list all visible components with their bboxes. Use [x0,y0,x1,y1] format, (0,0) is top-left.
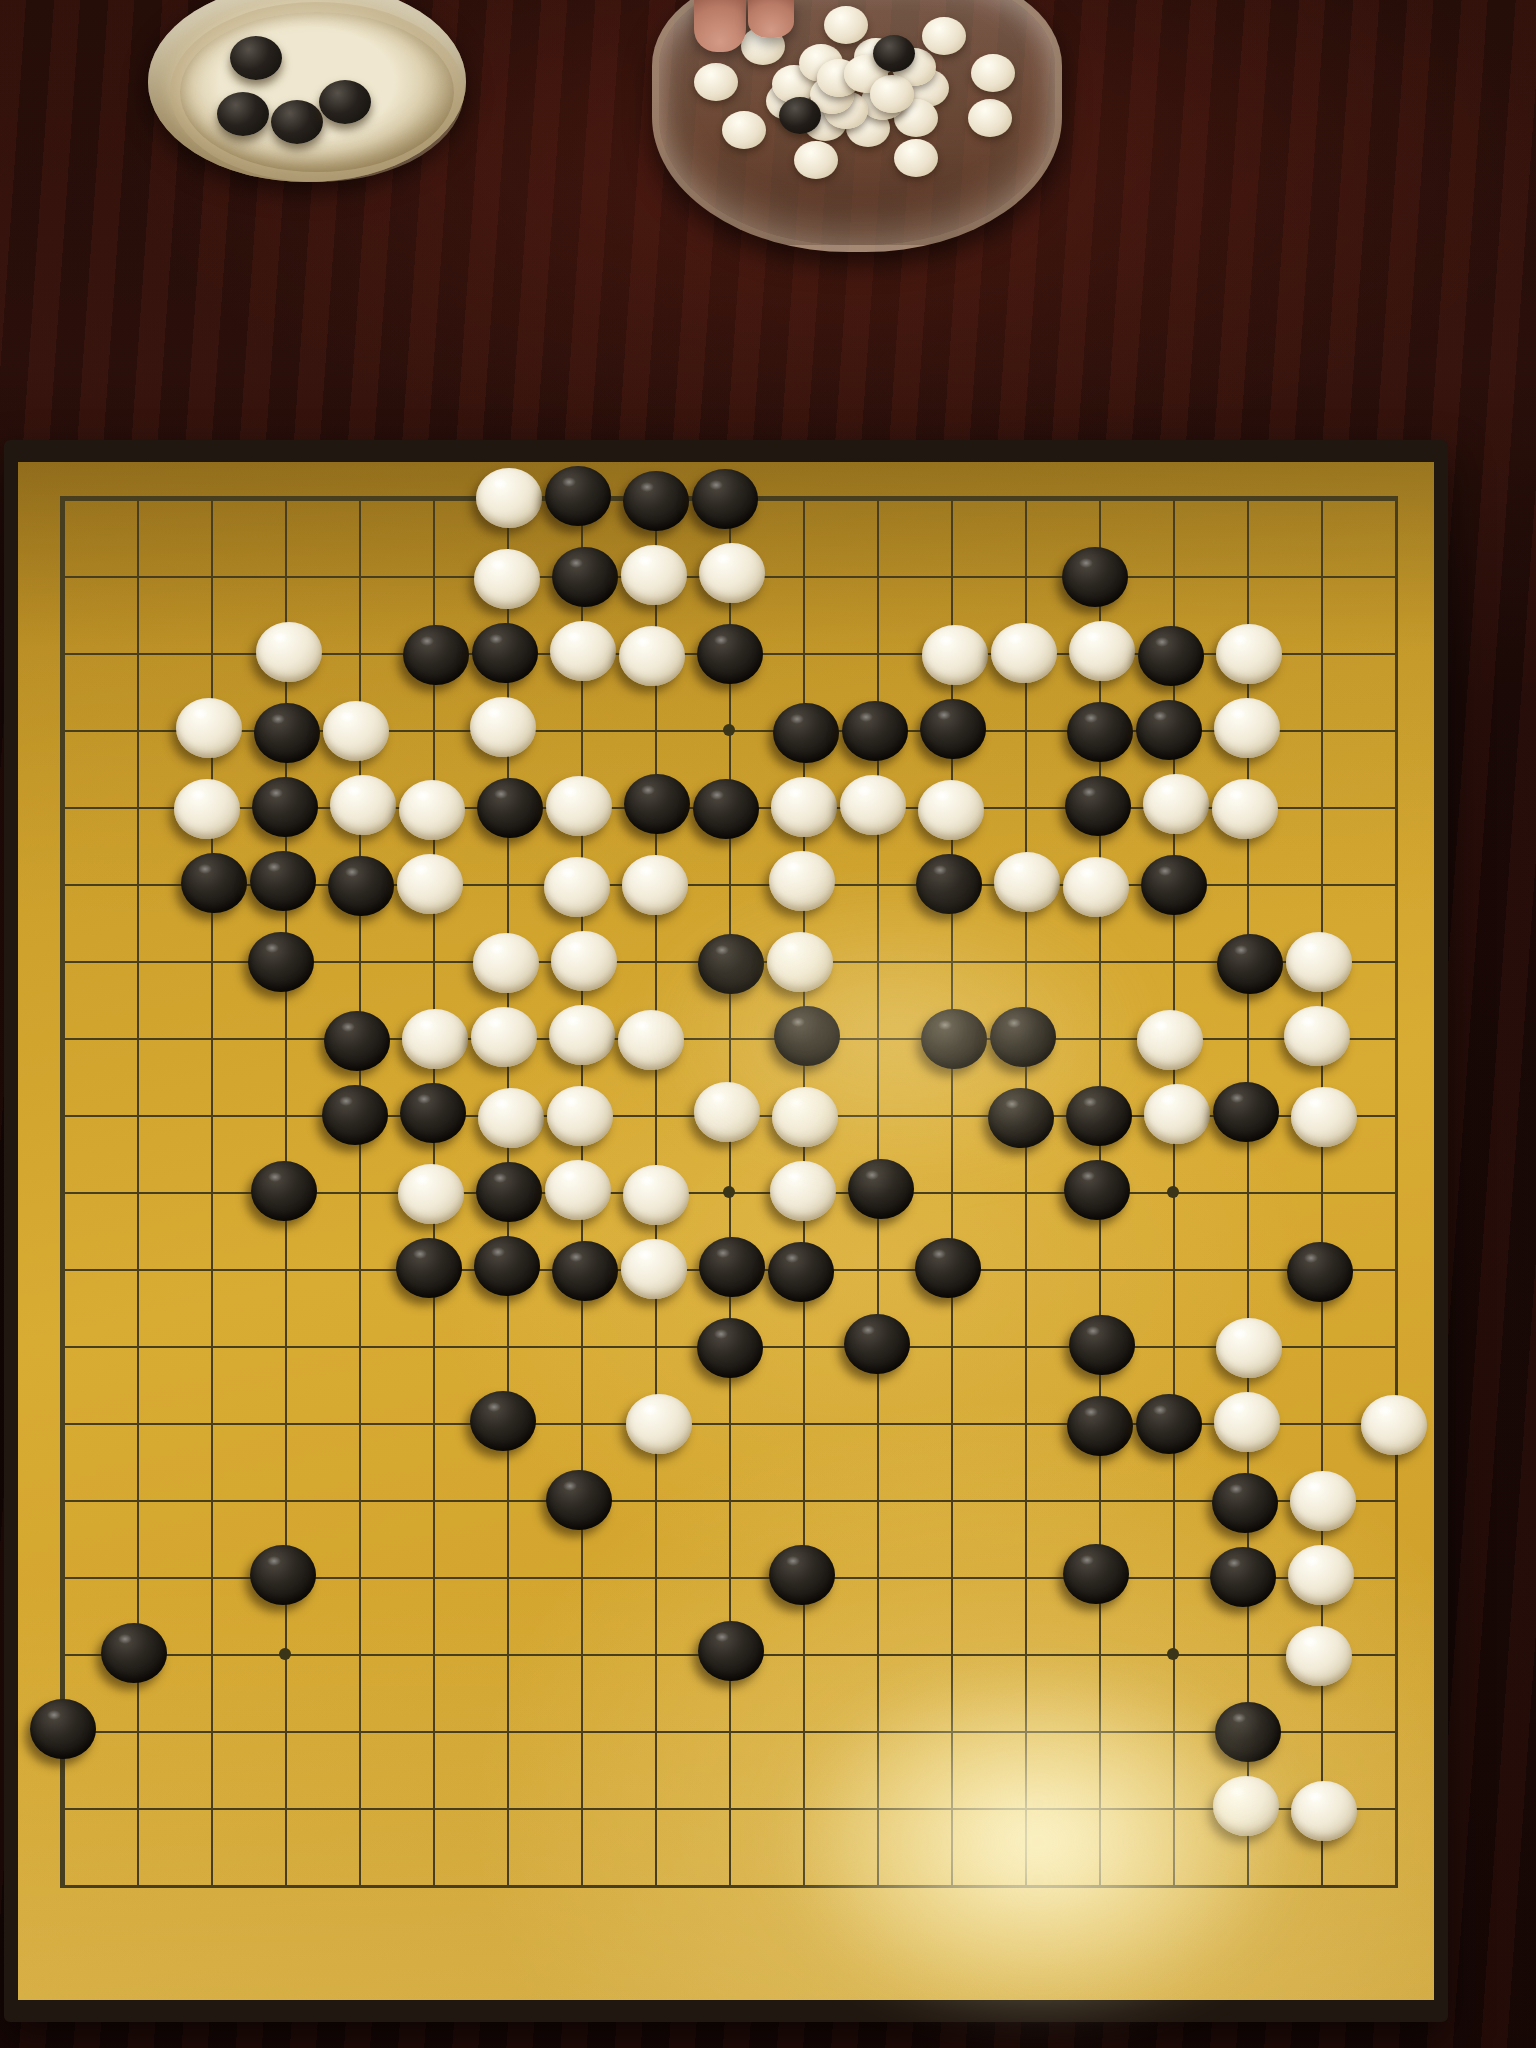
black-stone [773,703,839,763]
black-stone [1136,1394,1202,1454]
white-stone [545,1160,611,1220]
black-stone [842,701,908,761]
black-stone [697,624,763,684]
white-stone [1286,1626,1352,1686]
white-stone [1063,857,1129,917]
white-stone [694,1082,760,1142]
black-stone [546,1470,612,1530]
black-stone [476,1162,542,1222]
white-stone [922,625,988,685]
black-stone [322,1085,388,1145]
white-stone [474,549,540,609]
bowl-white-stone [971,54,1015,92]
white-stone [1291,1087,1357,1147]
white-stone [174,779,240,839]
black-stone [252,777,318,837]
bowl-black-stone [779,97,821,134]
black-stone [396,1238,462,1298]
black-stone [623,471,689,531]
black-stone [181,853,247,913]
white-stone [1286,932,1352,992]
captured-black-stone [319,80,371,124]
white-stone [398,1164,464,1224]
captured-black-stone [217,92,269,136]
black-stone [30,1699,96,1759]
black-stone [699,1237,765,1297]
star-point [1167,1648,1179,1660]
white-stone [1069,621,1135,681]
black-stone [250,1545,316,1605]
bowl-white-stone [722,111,766,149]
white-stone [772,1087,838,1147]
black-stone [552,1241,618,1301]
black-stone [920,699,986,759]
black-stone [552,547,618,607]
white-stone [473,933,539,993]
white-stone [1216,1318,1282,1378]
white-stone [402,1009,468,1069]
white-stone [623,1165,689,1225]
bowl-white-stone [894,139,938,177]
white-stone [1284,1006,1350,1066]
star-point [279,1648,291,1660]
star-point [723,1186,735,1198]
black-stone [624,774,690,834]
captured-black-stone [230,36,282,80]
black-stone [1287,1242,1353,1302]
white-stone [330,775,396,835]
white-stone [176,698,242,758]
black-stone [250,851,316,911]
black-stone [990,1007,1056,1067]
white-stone [546,776,612,836]
white-stone [991,623,1057,683]
board-grid [60,496,1398,1888]
bowl-white-stone [922,17,966,55]
white-stone [399,780,465,840]
white-stone [397,854,463,914]
black-stone [1138,626,1204,686]
black-stone [472,623,538,683]
black-stone [477,778,543,838]
bowl-white-stone [870,75,914,113]
black-stone [1136,700,1202,760]
white-stone [918,780,984,840]
white-stone [994,852,1060,912]
white-stone [1361,1395,1427,1455]
black-stone [1063,1544,1129,1604]
black-stone [1066,1086,1132,1146]
black-stone [254,703,320,763]
bowl-white-stone [694,63,738,101]
finger [748,0,794,38]
white-stone [767,932,833,992]
captured-stones-lid [148,0,466,182]
black-stone [545,466,611,526]
white-stone [1137,1010,1203,1070]
white-stone [621,545,687,605]
black-stone [1141,855,1207,915]
go-board [4,440,1448,2022]
black-stone [1212,1473,1278,1533]
white-stone [619,626,685,686]
black-stone [101,1623,167,1683]
white-stone [840,775,906,835]
white-stone [478,1088,544,1148]
black-stone [1062,547,1128,607]
black-stone [1067,1396,1133,1456]
black-stone [1215,1702,1281,1762]
white-stone [547,1086,613,1146]
black-stone [1217,934,1283,994]
bowl-white-stone [968,99,1012,137]
black-stone [1210,1547,1276,1607]
white-stone [471,1007,537,1067]
black-stone [470,1391,536,1451]
white-stone [256,622,322,682]
white-stone [1213,1776,1279,1836]
finger [694,0,746,52]
black-stone [774,1006,840,1066]
bowl-black-stone [873,35,915,72]
white-stone [626,1394,692,1454]
black-stone [1065,776,1131,836]
white-stone [771,777,837,837]
black-stone [328,856,394,916]
white-stone [1214,1392,1280,1452]
bowl-white-stone [824,6,868,44]
black-stone [693,779,759,839]
black-stone [844,1314,910,1374]
white-stone [1143,774,1209,834]
white-stone [544,857,610,917]
black-stone [324,1011,390,1071]
white-stone [1144,1084,1210,1144]
black-stone [915,1238,981,1298]
black-stone [848,1159,914,1219]
black-stone [769,1545,835,1605]
white-stone [769,851,835,911]
black-stone [251,1161,317,1221]
black-stone [1069,1315,1135,1375]
black-stone [403,625,469,685]
white-stone [699,543,765,603]
black-stone [474,1236,540,1296]
white-stone [1288,1545,1354,1605]
white-stone [622,855,688,915]
black-stone [1213,1082,1279,1142]
white-stone [1216,624,1282,684]
bowl-white-stone [794,141,838,179]
white-stone [549,1005,615,1065]
white-stone [323,701,389,761]
black-stone [1064,1160,1130,1220]
star-point [723,724,735,736]
white-stone [551,931,617,991]
black-stone [248,932,314,992]
black-stone [400,1083,466,1143]
white-stone [621,1239,687,1299]
black-stone [697,1318,763,1378]
black-stone [988,1088,1054,1148]
white-stone [770,1161,836,1221]
black-stone [916,854,982,914]
white-stone [470,697,536,757]
lid-rim [170,2,463,182]
black-stone [692,469,758,529]
black-stone [768,1242,834,1302]
black-stone [1067,702,1133,762]
white-stone [1290,1471,1356,1531]
white-stone [550,621,616,681]
white-stone [1214,698,1280,758]
black-stone [698,1621,764,1681]
black-stone [698,934,764,994]
white-stone [1212,779,1278,839]
white-stone [1291,1781,1357,1841]
white-stone [476,468,542,528]
white-stone [618,1010,684,1070]
black-stone [921,1009,987,1069]
star-point [1167,1186,1179,1198]
table-scene [0,0,1536,2048]
